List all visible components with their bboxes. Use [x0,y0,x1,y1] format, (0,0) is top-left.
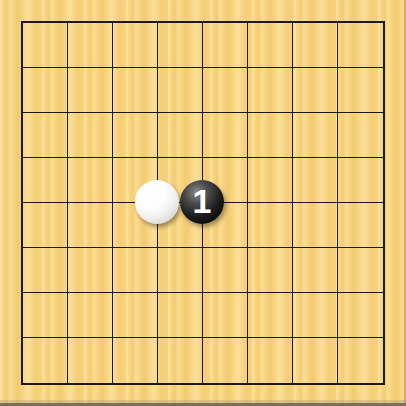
goban-grid [21,21,385,385]
board-cell [23,113,68,158]
board-cell [113,68,158,113]
board-cell [23,158,68,203]
board-cell [293,248,338,293]
board-cell [203,203,248,248]
board-cell [158,248,203,293]
board-cell [338,338,383,383]
board-cell [158,158,203,203]
board-cell [293,23,338,68]
board-cell [113,293,158,338]
board-cell [113,248,158,293]
board-cell [158,23,203,68]
board-cell [203,158,248,203]
board-cell [248,248,293,293]
board-cell [23,338,68,383]
board-cell [113,203,158,248]
board-cell [23,293,68,338]
board-cell [23,68,68,113]
board-cell [203,23,248,68]
board-cell [338,23,383,68]
board-cell [248,158,293,203]
board-cell [248,113,293,158]
board-cell [248,23,293,68]
board-cell [68,158,113,203]
board-cell [338,158,383,203]
board-cell [23,248,68,293]
board-cell [68,248,113,293]
board-cell [158,293,203,338]
board-cell [293,158,338,203]
board-cell [23,23,68,68]
board-cell [248,293,293,338]
board-cell [338,203,383,248]
board-cell [203,68,248,113]
board-cell [203,338,248,383]
board-cell [293,113,338,158]
board-cell [248,338,293,383]
board-cell [338,68,383,113]
go-board: 1 [0,0,406,406]
board-cell [203,293,248,338]
board-cell [338,248,383,293]
board-cell [113,338,158,383]
board-cell [338,113,383,158]
board-cell [293,68,338,113]
board-cell [68,113,113,158]
board-cell [293,293,338,338]
board-cell [293,338,338,383]
board-cell [68,68,113,113]
board-cell [338,293,383,338]
board-cell [158,338,203,383]
board-cell [158,203,203,248]
board-cell [23,203,68,248]
board-cell [158,113,203,158]
board-cell [203,113,248,158]
board-cell [68,293,113,338]
board-cell [158,68,203,113]
board-cell [113,23,158,68]
board-cell [293,203,338,248]
board-cell [68,23,113,68]
board-cell [248,203,293,248]
board-cell [248,68,293,113]
board-cell [68,203,113,248]
board-cell [113,113,158,158]
board-cell [113,158,158,203]
board-cell [68,338,113,383]
board-cell [203,248,248,293]
